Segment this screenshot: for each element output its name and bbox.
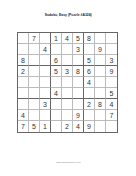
cell-r1c6: 5 (73, 33, 84, 44)
title-row: Sudoku, Easy (Puzzle #A324) (0, 13, 136, 24)
page: Sudoku, Easy (Puzzle #A324) 714584398653… (0, 0, 136, 176)
cell-r9c7: 9 (84, 121, 95, 132)
footer-url: www.printmysudoku.com (56, 161, 80, 163)
cell-r9c1: 7 (18, 121, 29, 132)
cell-r7c3: 3 (40, 99, 51, 110)
cell-r6c1 (18, 88, 29, 99)
cell-r1c3 (40, 33, 51, 44)
cell-r7c8: 8 (95, 99, 106, 110)
cell-r2c4 (51, 44, 62, 55)
cell-r4c4: 5 (51, 66, 62, 77)
cell-r9c9 (106, 121, 117, 132)
cell-r8c3 (40, 110, 51, 121)
cell-r6c9: 5 (106, 88, 117, 99)
cell-r3c9: 3 (106, 55, 117, 66)
cell-r4c9: 9 (106, 66, 117, 77)
sudoku-board: 7145843986532538694453284497751249 (17, 32, 118, 133)
cell-r3c4: 6 (51, 55, 62, 66)
cell-r2c9 (106, 44, 117, 55)
cell-r5c6 (73, 77, 84, 88)
cell-r2c1 (18, 44, 29, 55)
cell-r7c2 (29, 99, 40, 110)
cell-r7c1 (18, 99, 29, 110)
cell-r6c3 (40, 88, 51, 99)
cell-r7c7: 2 (84, 99, 95, 110)
cell-r5c9 (106, 77, 117, 88)
cell-r9c4 (51, 121, 62, 132)
cell-r4c8 (95, 66, 106, 77)
cell-r5c2 (29, 77, 40, 88)
cell-r8c8 (95, 110, 106, 121)
cell-r3c5 (62, 55, 73, 66)
footer-row: www.printmysudoku.com (0, 161, 136, 172)
cell-r3c8 (95, 55, 106, 66)
cell-r8c9: 7 (106, 110, 117, 121)
cell-r9c3: 1 (40, 121, 51, 132)
cell-r4c1: 2 (18, 66, 29, 77)
cell-r3c1: 8 (18, 55, 29, 66)
cell-r4c7: 6 (84, 66, 95, 77)
cell-r7c4 (51, 99, 62, 110)
cell-r5c1 (18, 77, 29, 88)
cell-r4c3 (40, 66, 51, 77)
puzzle-title: Sudoku, Easy (Puzzle #A324) (44, 13, 91, 17)
cell-r8c4 (51, 110, 62, 121)
cell-r2c5 (62, 44, 73, 55)
cell-r6c7 (84, 88, 95, 99)
cell-r6c8 (95, 88, 106, 99)
cell-r3c7: 5 (84, 55, 95, 66)
cell-r9c5: 2 (62, 121, 73, 132)
cell-r3c6 (73, 55, 84, 66)
cell-r1c2: 7 (29, 33, 40, 44)
cell-r2c6: 3 (73, 44, 84, 55)
cell-r6c6 (73, 88, 84, 99)
cell-r8c2 (29, 110, 40, 121)
cell-r2c8: 9 (95, 44, 106, 55)
cell-r2c7 (84, 44, 95, 55)
cell-r1c4: 1 (51, 33, 62, 44)
cell-r3c3 (40, 55, 51, 66)
cell-r1c9 (106, 33, 117, 44)
cell-r1c8 (95, 33, 106, 44)
cell-r8c1: 4 (18, 110, 29, 121)
cell-r6c4: 4 (51, 88, 62, 99)
cell-r2c2 (29, 44, 40, 55)
cell-r8c6: 9 (73, 110, 84, 121)
cell-r1c1 (18, 33, 29, 44)
cell-r4c2 (29, 66, 40, 77)
cell-r4c6: 8 (73, 66, 84, 77)
cell-r7c9: 4 (106, 99, 117, 110)
cell-r4c5: 3 (62, 66, 73, 77)
cell-r5c5 (62, 77, 73, 88)
cell-r5c3 (40, 77, 51, 88)
cell-r7c5 (62, 99, 73, 110)
cell-r6c5 (62, 88, 73, 99)
cell-r8c7 (84, 110, 95, 121)
cell-r9c2: 5 (29, 121, 40, 132)
cell-r1c7: 8 (84, 33, 95, 44)
cell-r3c2 (29, 55, 40, 66)
cell-r8c5 (62, 110, 73, 121)
cell-r7c6 (73, 99, 84, 110)
cell-r2c3: 4 (40, 44, 51, 55)
cell-r9c6: 4 (73, 121, 84, 132)
cell-r6c2 (29, 88, 40, 99)
cell-r1c5: 4 (62, 33, 73, 44)
cell-r5c7: 4 (84, 77, 95, 88)
cell-r9c8 (95, 121, 106, 132)
cell-r5c8 (95, 77, 106, 88)
cell-r5c4 (51, 77, 62, 88)
